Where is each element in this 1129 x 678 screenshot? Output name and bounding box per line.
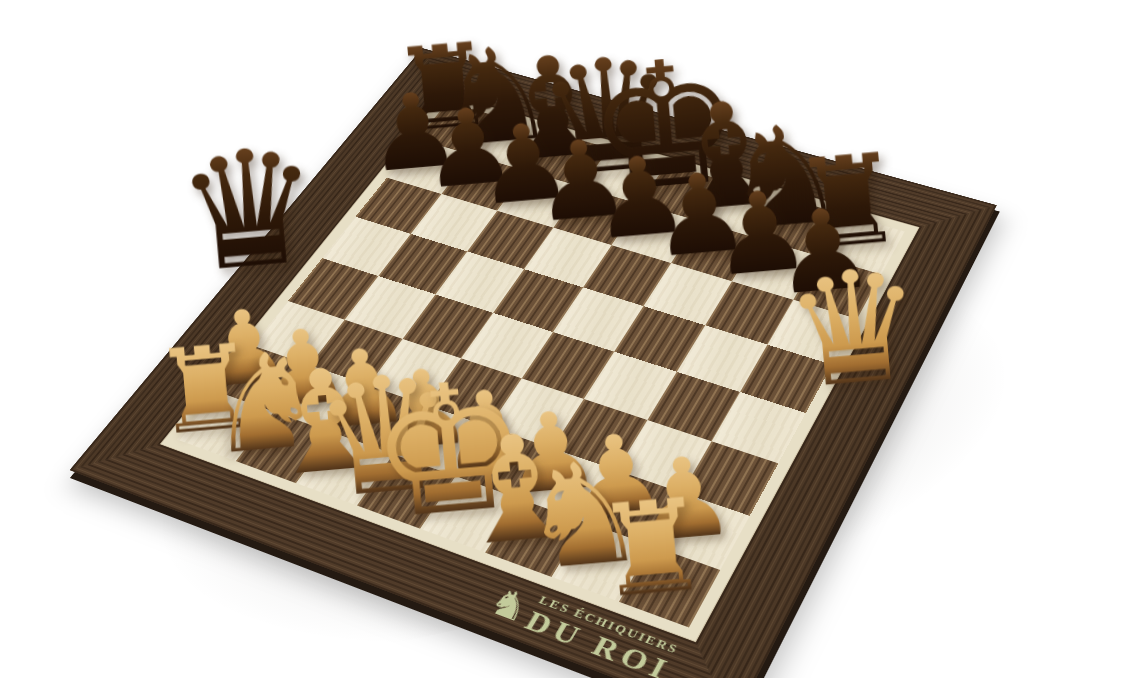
square-d6 [524, 227, 612, 287]
white-rook: ♜ [590, 483, 714, 613]
square-a8: ♜ [418, 102, 501, 155]
product-photo-canvas: ♜♞♝♛♚♝♞♜♟♟♟♟♟♟♟♟♟♟♟♟♟♟♟♟♜♞♝♛♚♝♞♜ ♛ ♛ ♞ L… [0, 0, 1129, 678]
square-d7: ♟ [554, 187, 640, 245]
square-a7: ♟ [387, 139, 471, 194]
square-b8: ♞ [471, 117, 554, 170]
square-c8: ♝ [526, 133, 609, 188]
white-queen: ♛ [779, 250, 930, 408]
black-pawn: ♟ [587, 142, 692, 253]
square-e7: ♟ [612, 204, 698, 263]
black-queen: ♛ [171, 128, 328, 292]
square-d5 [493, 269, 583, 332]
black-pawn: ♟ [646, 159, 753, 271]
frame-north [396, 48, 997, 243]
black-bishop: ♝ [655, 83, 795, 230]
black-pawn: ♟ [473, 110, 576, 218]
square-b7: ♟ [441, 155, 526, 211]
black-bishop: ♝ [484, 37, 620, 179]
chess-board: ♜♞♝♛♚♝♞♜♟♟♟♟♟♟♟♟♟♟♟♟♟♟♟♟♜♞♝♛♚♝♞♜ ♛ ♛ ♞ L… [70, 48, 997, 678]
black-pawn: ♟ [529, 126, 633, 236]
square-f6 [643, 263, 732, 326]
square-b5 [378, 234, 467, 294]
square-c5 [435, 252, 524, 313]
square-b6 [410, 194, 497, 252]
square-g6 [705, 281, 794, 345]
camera-roll: ♜♞♝♛♚♝♞♜♟♟♟♟♟♟♟♟♟♟♟♟♟♟♟♟♜♞♝♛♚♝♞♜ ♛ ♛ ♞ L… [0, 0, 1129, 678]
square-e6 [583, 245, 671, 306]
square-e8: ♚ [640, 164, 724, 221]
black-knight: ♞ [718, 107, 852, 248]
square-c6 [467, 210, 554, 269]
square-d8: ♛ [582, 148, 666, 204]
square-a6 [355, 177, 441, 234]
square-f7: ♟ [671, 221, 758, 281]
black-knight: ♞ [433, 30, 560, 163]
black-queen: ♛ [532, 38, 684, 197]
black-king: ♚ [580, 38, 748, 215]
black-pawn: ♟ [417, 94, 519, 201]
square-f8: ♝ [698, 180, 783, 238]
square-a5 [322, 217, 410, 276]
square-e5 [553, 288, 643, 352]
black-rook: ♜ [387, 30, 499, 147]
scene: ♜♞♝♛♚♝♞♜♟♟♟♟♟♟♟♟♟♟♟♟♟♟♟♟♜♞♝♛♚♝♞♜ ♛ ♛ ♞ L… [0, 0, 1129, 678]
camera-tilt: ♜♞♝♛♚♝♞♜♟♟♟♟♟♟♟♟♟♟♟♟♟♟♟♟♜♞♝♛♚♝♞♜ ♛ ♛ ♞ L… [185, 82, 963, 648]
black-pawn: ♟ [363, 79, 464, 185]
square-c7: ♟ [497, 171, 582, 228]
